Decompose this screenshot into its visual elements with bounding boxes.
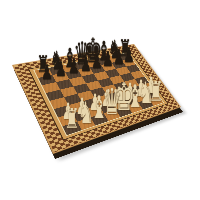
- chess-board: ♜♞♝♛♚♝♞♜♟♟♟♟♟♟♟♟♟♟♟♟♟♟♟♟♜♞♝♛♚♝♞♜: [0, 0, 200, 200]
- board-inner-frame: [28, 50, 168, 140]
- photo-canvas: ♜♞♝♛♚♝♞♜♟♟♟♟♟♟♟♟♟♟♟♟♟♟♟♟♜♞♝♛♚♝♞♜: [0, 0, 200, 200]
- board-surface: [12, 44, 181, 154]
